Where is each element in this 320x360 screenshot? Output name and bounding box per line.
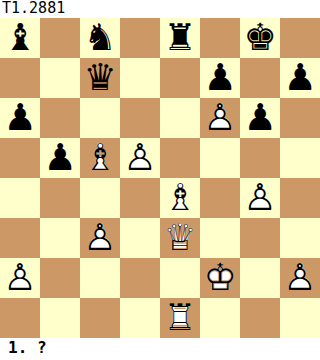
white-rook[interactable]: ♜︎♖︎ <box>160 298 200 338</box>
square-e6[interactable] <box>160 98 200 138</box>
square-h3[interactable] <box>280 218 320 258</box>
chess-board: ♝︎♞︎♜︎♚︎♛︎♟︎♟︎♟︎♟︎♙︎♟︎♟︎♝︎♗︎♟︎♙︎♝︎♗︎♟︎♙︎… <box>0 18 320 338</box>
square-g4[interactable]: ♟︎♙︎ <box>240 178 280 218</box>
white-bishop[interactable]: ♝︎♗︎ <box>80 138 120 178</box>
white-queen[interactable]: ♛︎♕︎ <box>160 218 200 258</box>
white-king[interactable]: ♚︎♔︎ <box>200 258 240 298</box>
piece-glyph: ♛︎ <box>80 58 120 98</box>
square-f4[interactable] <box>200 178 240 218</box>
piece-glyph: ♝︎ <box>0 18 40 58</box>
square-d7[interactable] <box>120 58 160 98</box>
square-h2[interactable]: ♟︎♙︎ <box>280 258 320 298</box>
square-f3[interactable] <box>200 218 240 258</box>
square-g7[interactable] <box>240 58 280 98</box>
square-b7[interactable] <box>40 58 80 98</box>
square-b8[interactable] <box>40 18 80 58</box>
white-pawn[interactable]: ♟︎♙︎ <box>200 98 240 138</box>
square-c6[interactable] <box>80 98 120 138</box>
square-f6[interactable]: ♟︎♙︎ <box>200 98 240 138</box>
square-e5[interactable] <box>160 138 200 178</box>
white-pawn[interactable]: ♟︎♙︎ <box>0 258 40 298</box>
square-c4[interactable] <box>80 178 120 218</box>
square-b2[interactable] <box>40 258 80 298</box>
piece-outline-layer: ♔︎ <box>200 258 240 298</box>
square-a8[interactable]: ♝︎ <box>0 18 40 58</box>
square-e2[interactable] <box>160 258 200 298</box>
square-b6[interactable] <box>40 98 80 138</box>
black-pawn[interactable]: ♟︎ <box>200 58 240 98</box>
black-pawn[interactable]: ♟︎ <box>0 98 40 138</box>
square-g5[interactable] <box>240 138 280 178</box>
piece-outline-layer: ♙︎ <box>280 258 320 298</box>
square-h4[interactable] <box>280 178 320 218</box>
square-c7[interactable]: ♛︎ <box>80 58 120 98</box>
square-c5[interactable]: ♝︎♗︎ <box>80 138 120 178</box>
square-d3[interactable] <box>120 218 160 258</box>
piece-outline-layer: ♙︎ <box>200 98 240 138</box>
piece-glyph: ♞︎ <box>80 18 120 58</box>
square-h1[interactable] <box>280 298 320 338</box>
square-g2[interactable] <box>240 258 280 298</box>
black-pawn[interactable]: ♟︎ <box>240 98 280 138</box>
square-g1[interactable] <box>240 298 280 338</box>
piece-glyph: ♜︎ <box>160 18 200 58</box>
square-d6[interactable] <box>120 98 160 138</box>
square-h7[interactable]: ♟︎ <box>280 58 320 98</box>
square-a5[interactable] <box>0 138 40 178</box>
black-king[interactable]: ♚︎ <box>240 18 280 58</box>
square-f8[interactable] <box>200 18 240 58</box>
square-g3[interactable] <box>240 218 280 258</box>
piece-glyph: ♚︎ <box>240 18 280 58</box>
chess-puzzle-screen: T1.2881 ♝︎♞︎♜︎♚︎♛︎♟︎♟︎♟︎♟︎♙︎♟︎♟︎♝︎♗︎♟︎♙︎… <box>0 0 320 360</box>
square-e4[interactable]: ♝︎♗︎ <box>160 178 200 218</box>
piece-outline-layer: ♗︎ <box>160 178 200 218</box>
square-b3[interactable] <box>40 218 80 258</box>
square-h5[interactable] <box>280 138 320 178</box>
square-f7[interactable]: ♟︎ <box>200 58 240 98</box>
square-c8[interactable]: ♞︎ <box>80 18 120 58</box>
square-a3[interactable] <box>0 218 40 258</box>
white-pawn[interactable]: ♟︎♙︎ <box>120 138 160 178</box>
piece-glyph: ♟︎ <box>40 138 80 178</box>
square-e7[interactable] <box>160 58 200 98</box>
black-pawn[interactable]: ♟︎ <box>280 58 320 98</box>
black-knight[interactable]: ♞︎ <box>80 18 120 58</box>
square-a6[interactable]: ♟︎ <box>0 98 40 138</box>
piece-outline-layer: ♖︎ <box>160 298 200 338</box>
black-bishop[interactable]: ♝︎ <box>0 18 40 58</box>
white-pawn[interactable]: ♟︎♙︎ <box>280 258 320 298</box>
move-prompt: 1. ? <box>0 338 320 360</box>
square-c1[interactable] <box>80 298 120 338</box>
square-f1[interactable] <box>200 298 240 338</box>
square-d2[interactable] <box>120 258 160 298</box>
white-pawn[interactable]: ♟︎♙︎ <box>240 178 280 218</box>
piece-outline-layer: ♙︎ <box>80 218 120 258</box>
square-a2[interactable]: ♟︎♙︎ <box>0 258 40 298</box>
black-rook[interactable]: ♜︎ <box>160 18 200 58</box>
piece-outline-layer: ♙︎ <box>0 258 40 298</box>
square-h8[interactable] <box>280 18 320 58</box>
square-e8[interactable]: ♜︎ <box>160 18 200 58</box>
square-e3[interactable]: ♛︎♕︎ <box>160 218 200 258</box>
square-c2[interactable] <box>80 258 120 298</box>
piece-outline-layer: ♙︎ <box>240 178 280 218</box>
piece-outline-layer: ♕︎ <box>160 218 200 258</box>
piece-glyph: ♟︎ <box>0 98 40 138</box>
square-b5[interactable]: ♟︎ <box>40 138 80 178</box>
piece-glyph: ♟︎ <box>280 58 320 98</box>
square-f5[interactable] <box>200 138 240 178</box>
square-h6[interactable] <box>280 98 320 138</box>
piece-outline-layer: ♗︎ <box>80 138 120 178</box>
square-d5[interactable]: ♟︎♙︎ <box>120 138 160 178</box>
black-queen[interactable]: ♛︎ <box>80 58 120 98</box>
piece-glyph: ♟︎ <box>200 58 240 98</box>
square-a7[interactable] <box>0 58 40 98</box>
square-c3[interactable]: ♟︎♙︎ <box>80 218 120 258</box>
square-g8[interactable]: ♚︎ <box>240 18 280 58</box>
white-bishop[interactable]: ♝︎♗︎ <box>160 178 200 218</box>
square-d1[interactable] <box>120 298 160 338</box>
square-f2[interactable]: ♚︎♔︎ <box>200 258 240 298</box>
black-pawn[interactable]: ♟︎ <box>40 138 80 178</box>
piece-outline-layer: ♙︎ <box>120 138 160 178</box>
square-a1[interactable] <box>0 298 40 338</box>
square-e1[interactable]: ♜︎♖︎ <box>160 298 200 338</box>
piece-glyph: ♟︎ <box>240 98 280 138</box>
white-pawn[interactable]: ♟︎♙︎ <box>80 218 120 258</box>
square-d8[interactable] <box>120 18 160 58</box>
square-d4[interactable] <box>120 178 160 218</box>
square-g6[interactable]: ♟︎ <box>240 98 280 138</box>
square-b1[interactable] <box>40 298 80 338</box>
square-b4[interactable] <box>40 178 80 218</box>
square-a4[interactable] <box>0 178 40 218</box>
